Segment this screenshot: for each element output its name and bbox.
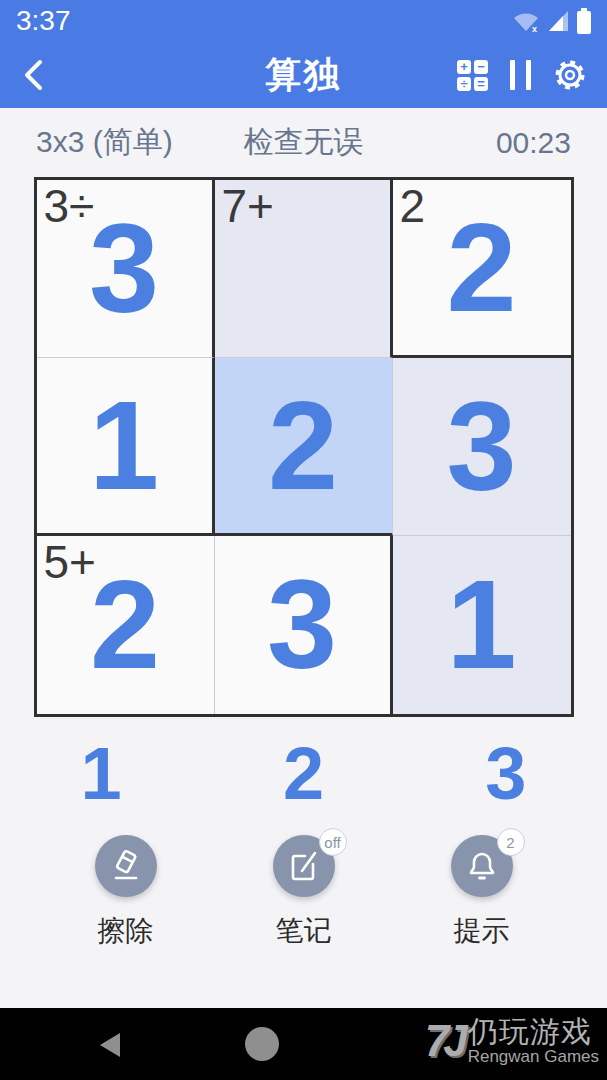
calculator-icon[interactable]: + − ÷ =: [457, 60, 488, 91]
cell-value: 2: [446, 205, 516, 331]
hint-label: 提示: [454, 912, 510, 950]
watermark-logo: 7J: [425, 1016, 462, 1066]
number-pad: 1 2 3: [0, 737, 607, 811]
erase-label: 擦除: [98, 912, 154, 950]
app-screen: 3:37 x 算独 + − ÷ =: [0, 0, 607, 1080]
status-icons: x: [512, 8, 591, 34]
cell-value: 3: [267, 562, 337, 688]
watermark-cn-text: 仍玩游戏: [468, 1016, 599, 1048]
nav-home-icon[interactable]: [245, 1027, 279, 1061]
check-status-label: 检查无误: [214, 122, 392, 163]
bell-icon: [464, 848, 500, 884]
cell-r0c0[interactable]: 3÷ 3: [37, 180, 215, 358]
cell-value: 3: [446, 384, 516, 510]
notes-tool: off 笔记: [215, 835, 393, 950]
erase-tool: 擦除: [37, 835, 215, 950]
calc-minus: −: [474, 60, 488, 74]
cell-value: 2: [90, 562, 160, 688]
cell-value: 3: [89, 206, 159, 332]
cell-r2c1[interactable]: 3: [215, 536, 393, 714]
timer-label: 00:23: [393, 126, 571, 160]
watermark: 7J 仍玩游戏 Rengwan Games: [425, 1016, 599, 1066]
nav-back-icon[interactable]: [100, 1033, 120, 1057]
cell-value: 1: [89, 383, 159, 509]
numpad-key-2[interactable]: 2: [202, 737, 404, 811]
cell-r0c2[interactable]: 2 2: [393, 180, 571, 358]
pause-icon[interactable]: [510, 60, 531, 90]
tool-bar: 擦除 off 笔记 2 提示: [37, 835, 571, 950]
hint-button[interactable]: 2: [451, 835, 513, 897]
hint-count-badge: 2: [497, 828, 525, 856]
cell-r0c1[interactable]: 7+: [215, 180, 393, 358]
app-bar: 算独 + − ÷ =: [0, 42, 607, 108]
android-nav-bar: 7J 仍玩游戏 Rengwan Games: [0, 1008, 607, 1080]
notes-off-badge: off: [319, 828, 347, 856]
eraser-icon: [108, 848, 144, 884]
notes-button[interactable]: off: [273, 835, 335, 897]
cell-r1c0[interactable]: 1: [37, 358, 215, 536]
wifi-off-icon: x: [512, 9, 540, 33]
numpad-key-1[interactable]: 1: [0, 737, 202, 811]
watermark-en-text: Rengwan Games: [468, 1048, 599, 1066]
cell-value: 1: [446, 562, 516, 688]
cage-label: 3÷: [44, 182, 95, 230]
numpad-key-3[interactable]: 3: [405, 737, 607, 811]
battery-icon: [577, 8, 591, 34]
status-bar: 3:37 x: [0, 0, 607, 42]
clock: 3:37: [16, 7, 71, 35]
cell-r1c2[interactable]: 3: [393, 358, 571, 536]
note-pencil-icon: [286, 848, 322, 884]
cellular-signal-icon: [547, 9, 570, 33]
notes-label: 笔记: [276, 912, 332, 950]
svg-text:x: x: [532, 24, 537, 33]
settings-gear-icon[interactable]: [553, 58, 587, 92]
calc-plus: +: [457, 60, 471, 74]
calc-divide: ÷: [457, 77, 471, 91]
cell-r2c2[interactable]: 1: [393, 536, 571, 714]
hint-tool: 2 提示: [393, 835, 571, 950]
calcudoku-board: 3÷ 3 7+ 2 2 1 2 3 5+ 2 3: [34, 177, 574, 717]
cell-r1c1-selected[interactable]: 2: [215, 358, 393, 536]
calc-equals: =: [474, 77, 488, 91]
game-info-bar: 3x3 (简单) 检查无误 00:23: [0, 108, 607, 177]
cell-r2c0[interactable]: 5+ 2: [37, 536, 215, 714]
cage-label: 7+: [222, 182, 274, 230]
cell-value: 2: [268, 383, 338, 509]
erase-button[interactable]: [95, 835, 157, 897]
difficulty-label: 3x3 (简单): [36, 122, 214, 163]
cage-label: 2: [400, 182, 426, 230]
cage-label: 5+: [44, 538, 96, 586]
